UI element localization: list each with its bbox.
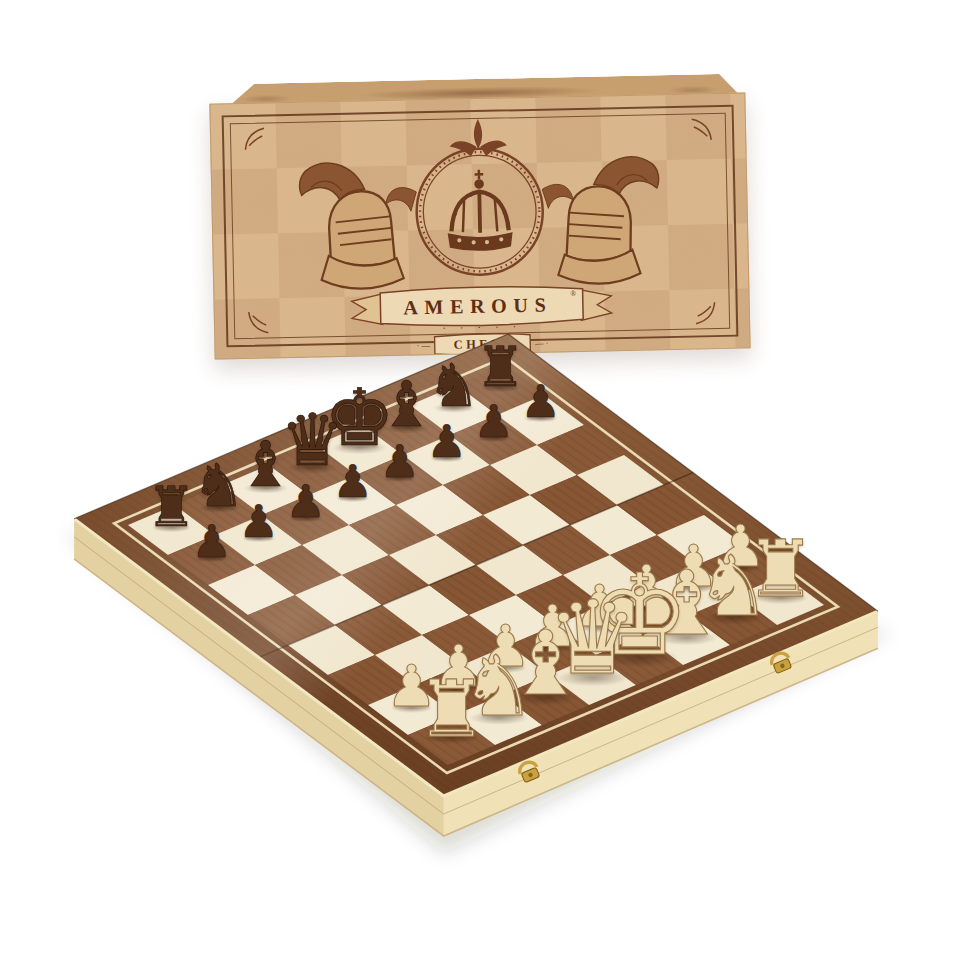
piece-white-rook-a1[interactable]: ♜ <box>416 670 486 748</box>
piece-black-knight-b8[interactable]: ♞ <box>192 457 245 516</box>
product-photo-stage: AMEROUS ® · · · · · CHESS · — — · ♜♞♝♛♚♝… <box>0 0 960 960</box>
piece-black-pawn-b7[interactable]: ♟ <box>238 500 278 545</box>
chessboard <box>0 0 960 960</box>
piece-black-pawn-c7[interactable]: ♟ <box>285 480 325 525</box>
piece-black-knight-g8[interactable]: ♞ <box>427 357 480 416</box>
piece-black-rook-a8[interactable]: ♜ <box>147 480 196 535</box>
piece-black-pawn-d7[interactable]: ♟ <box>332 460 372 505</box>
piece-black-pawn-h7[interactable]: ♟ <box>520 380 560 425</box>
piece-black-pawn-e7[interactable]: ♟ <box>379 440 419 485</box>
piece-black-pawn-a7[interactable]: ♟ <box>191 520 231 565</box>
piece-black-pawn-g7[interactable]: ♟ <box>473 400 513 445</box>
piece-black-rook-h8[interactable]: ♜ <box>476 340 525 395</box>
piece-black-pawn-f7[interactable]: ♟ <box>426 420 466 465</box>
